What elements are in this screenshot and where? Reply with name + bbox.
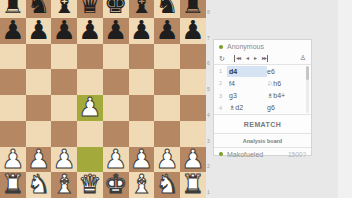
square-d6[interactable] [77, 44, 103, 70]
online-dot [219, 152, 223, 156]
white-pawn-piece: ♟ [0, 147, 26, 173]
black-queen-piece: ♛ [77, 0, 103, 18]
square-c8[interactable]: ♝ [51, 0, 77, 18]
square-e4[interactable] [103, 95, 129, 121]
move-row-3: 3g3♗b4+ [214, 90, 311, 102]
white-king-piece: ♚ [103, 172, 129, 198]
move-number: 3 [214, 93, 227, 99]
square-b2[interactable]: ♟ [26, 147, 52, 173]
square-h8[interactable]: ♜ [180, 0, 206, 18]
rank-label-8: 8 [207, 9, 213, 15]
square-h5[interactable] [180, 69, 206, 95]
player-top-name: Anonymous [227, 43, 264, 50]
black-pawn-piece: ♟ [0, 18, 26, 44]
square-h6[interactable] [180, 44, 206, 70]
square-a2[interactable]: ♟ [0, 147, 26, 173]
square-e6[interactable] [103, 44, 129, 70]
white-rook-piece: ♜ [0, 172, 26, 198]
square-h3[interactable] [180, 121, 206, 147]
square-e8[interactable]: ♚ [103, 0, 129, 18]
white-pawn-piece: ♟ [77, 95, 103, 121]
square-h2[interactable]: ♟ [180, 147, 206, 173]
square-g8[interactable]: ♞ [154, 0, 180, 18]
square-c2[interactable]: ♟ [51, 147, 77, 173]
white-pawn-piece: ♟ [26, 147, 52, 173]
square-d5[interactable] [77, 69, 103, 95]
square-f7[interactable]: ♟ [129, 18, 155, 44]
move-black-3[interactable]: ♗b4+ [267, 90, 311, 101]
square-c4[interactable] [51, 95, 77, 121]
square-g1[interactable]: ♞ [154, 172, 180, 198]
square-g3[interactable] [154, 121, 180, 147]
player-bottom-rating: 1500? [288, 151, 306, 158]
square-a3[interactable] [0, 121, 26, 147]
rank-label-1: 1 [207, 189, 213, 195]
player-bottom-name: Makofueled [227, 151, 263, 158]
flip-board-icon[interactable]: ↻ [219, 55, 225, 62]
square-b7[interactable]: ♟ [26, 18, 52, 44]
square-b8[interactable]: ♞ [26, 0, 52, 18]
move-number: 1 [214, 68, 227, 74]
move-list: 1d4e62f4♘h63g3♗b4+4♗d2g6 [214, 64, 311, 114]
white-pawn-piece: ♟ [180, 147, 206, 173]
square-a8[interactable]: ♜ [0, 0, 26, 18]
square-g2[interactable]: ♟ [154, 147, 180, 173]
move-row-2: 2f4♘h6 [214, 77, 311, 89]
black-knight-piece: ♞ [26, 0, 52, 18]
square-g6[interactable] [154, 44, 180, 70]
black-pawn-piece: ♟ [26, 18, 52, 44]
move-list-scrollbar[interactable] [306, 66, 309, 113]
white-pawn-piece: ♟ [129, 147, 155, 173]
square-g4[interactable] [154, 95, 180, 121]
square-h4[interactable] [180, 95, 206, 121]
square-a6[interactable] [0, 44, 26, 70]
square-b6[interactable] [26, 44, 52, 70]
board-grid: ♜♞♝♛♚♝♞♜♟♟♟♟♟♟♟♟♟♟♟♟♟♟♟♟♜♞♝♛♚♝♞♜ [0, 0, 206, 198]
square-e5[interactable] [103, 69, 129, 95]
rank-label-2: 2 [207, 163, 213, 169]
square-c1[interactable]: ♝ [51, 172, 77, 198]
background-strip [338, 0, 352, 198]
game-panel: Anonymous ↻ ◂◂ ◂ ▸ ▸▸ ♙ 1d4e62f4♘h63g3♗b… [213, 39, 312, 156]
square-g7[interactable]: ♟ [154, 18, 180, 44]
square-d7[interactable]: ♟ [77, 18, 103, 44]
black-bishop-piece: ♝ [51, 0, 77, 18]
white-knight-piece: ♞ [154, 172, 180, 198]
black-pawn-piece: ♟ [129, 18, 155, 44]
black-pawn-piece: ♟ [180, 18, 206, 44]
online-dot [219, 45, 223, 49]
square-h1[interactable]: ♜ [180, 172, 206, 198]
player-bottom-row: Makofueled 1500? [214, 147, 311, 160]
square-c5[interactable] [51, 69, 77, 95]
square-c3[interactable] [51, 121, 77, 147]
move-row-4: 4♗d2g6 [214, 102, 311, 114]
square-h7[interactable]: ♟ [180, 18, 206, 44]
square-c7[interactable]: ♟ [51, 18, 77, 44]
square-b3[interactable] [26, 121, 52, 147]
square-b4[interactable] [26, 95, 52, 121]
move-number: 2 [214, 80, 227, 86]
white-bishop-piece: ♝ [129, 172, 155, 198]
move-black-2[interactable]: ♘h6 [267, 78, 311, 89]
square-a4[interactable] [0, 95, 26, 121]
analysis-board-button[interactable]: Analysis board [214, 133, 311, 147]
black-pawn-piece: ♟ [51, 18, 77, 44]
white-pawn-piece: ♟ [51, 147, 77, 173]
square-f2[interactable]: ♟ [129, 147, 155, 173]
replay-toolbar: ↻ ◂◂ ◂ ▸ ▸▸ ♙ [214, 53, 311, 64]
square-e3[interactable] [103, 121, 129, 147]
black-rook-piece: ♜ [0, 0, 26, 18]
square-d2[interactable] [77, 147, 103, 173]
square-d4[interactable]: ♟ [77, 95, 103, 121]
square-c6[interactable] [51, 44, 77, 70]
black-pawn-piece: ♟ [103, 18, 129, 44]
analysis-pawn-icon[interactable]: ♙ [300, 55, 306, 62]
move-black-4[interactable]: g6 [267, 102, 311, 113]
square-e7[interactable]: ♟ [103, 18, 129, 44]
square-f5[interactable] [129, 69, 155, 95]
move-white-1[interactable]: d4 [227, 66, 267, 77]
move-number: 4 [214, 105, 227, 111]
square-f4[interactable] [129, 95, 155, 121]
move-black-1[interactable]: e6 [267, 66, 311, 77]
prev-move-icon[interactable]: ◂ [246, 55, 248, 62]
square-d3[interactable] [77, 121, 103, 147]
black-bishop-piece: ♝ [129, 0, 155, 18]
move-row-1: 1d4e6 [214, 65, 311, 77]
square-a5[interactable] [0, 69, 26, 95]
black-rook-piece: ♜ [180, 0, 206, 18]
black-king-piece: ♚ [103, 0, 129, 18]
black-pawn-piece: ♟ [77, 18, 103, 44]
chess-board: ♜♞♝♛♚♝♞♜♟♟♟♟♟♟♟♟♟♟♟♟♟♟♟♟♜♞♝♛♚♝♞♜ [0, 0, 206, 198]
player-top-row: Anonymous [214, 40, 311, 53]
square-d8[interactable]: ♛ [77, 0, 103, 18]
square-f8[interactable]: ♝ [129, 0, 155, 18]
black-pawn-piece: ♟ [154, 18, 180, 44]
white-bishop-piece: ♝ [51, 172, 77, 198]
white-pawn-piece: ♟ [103, 147, 129, 173]
square-a1[interactable]: ♜ [0, 172, 26, 198]
square-f6[interactable] [129, 44, 155, 70]
white-queen-piece: ♛ [77, 172, 103, 198]
square-b1[interactable]: ♞ [26, 172, 52, 198]
lichess-mini-game: ♜♞♝♛♚♝♞♜♟♟♟♟♟♟♟♟♟♟♟♟♟♟♟♟♜♞♝♛♚♝♞♜ 8765432… [0, 0, 352, 198]
black-knight-piece: ♞ [154, 0, 180, 18]
square-e2[interactable]: ♟ [103, 147, 129, 173]
square-f3[interactable] [129, 121, 155, 147]
next-move-icon[interactable]: ▸ [254, 55, 256, 62]
square-f1[interactable]: ♝ [129, 172, 155, 198]
square-b5[interactable] [26, 69, 52, 95]
square-g5[interactable] [154, 69, 180, 95]
square-e1[interactable]: ♚ [103, 172, 129, 198]
move-white-4[interactable]: ♗d2 [227, 102, 267, 113]
move-white-3[interactable]: g3 [227, 90, 267, 101]
rematch-button[interactable]: REMATCH [214, 114, 311, 133]
last-move-icon[interactable]: ▸▸ [262, 55, 268, 62]
move-white-2[interactable]: f4 [227, 78, 267, 89]
first-move-icon[interactable]: ◂◂ [234, 55, 240, 62]
white-knight-piece: ♞ [26, 172, 52, 198]
square-a7[interactable]: ♟ [0, 18, 26, 44]
white-rook-piece: ♜ [180, 172, 206, 198]
white-pawn-piece: ♟ [154, 147, 180, 173]
scrollbar-thumb[interactable] [306, 66, 309, 80]
square-d1[interactable]: ♛ [77, 172, 103, 198]
